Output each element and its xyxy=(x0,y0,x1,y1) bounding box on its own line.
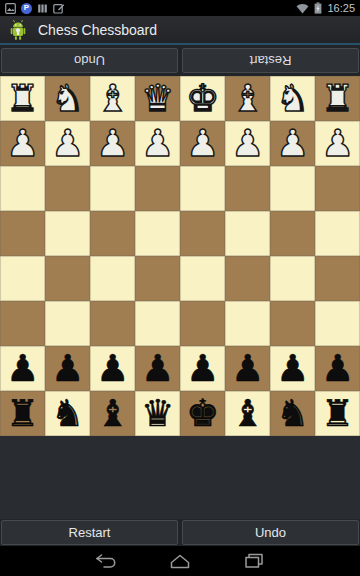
white-pawn: ♟ xyxy=(231,125,264,162)
board-square[interactable]: ♟ xyxy=(90,346,135,391)
board-square[interactable]: ♛ xyxy=(135,391,180,436)
board-square[interactable] xyxy=(135,301,180,346)
white-knight: ♞ xyxy=(51,80,84,117)
board-square[interactable] xyxy=(225,166,270,211)
black-pawn: ♟ xyxy=(96,350,129,387)
board-square[interactable]: ♝ xyxy=(225,76,270,121)
black-queen: ♛ xyxy=(141,395,174,432)
restart-button[interactable]: Restart xyxy=(1,520,178,545)
recents-icon[interactable] xyxy=(239,549,269,573)
white-bishop: ♝ xyxy=(96,80,129,117)
white-pawn: ♟ xyxy=(321,125,354,162)
board-square[interactable] xyxy=(45,211,90,256)
board-square[interactable] xyxy=(225,301,270,346)
board-square[interactable]: ♟ xyxy=(180,121,225,166)
board-square[interactable] xyxy=(45,256,90,301)
white-queen: ♛ xyxy=(141,80,174,117)
board-square[interactable]: ♞ xyxy=(270,76,315,121)
board-square[interactable]: ♟ xyxy=(270,346,315,391)
board-square[interactable] xyxy=(0,256,45,301)
board-square[interactable] xyxy=(270,256,315,301)
black-knight: ♞ xyxy=(51,395,84,432)
board-square[interactable] xyxy=(90,211,135,256)
white-pawn: ♟ xyxy=(6,125,39,162)
board-square[interactable]: ♟ xyxy=(135,346,180,391)
black-pawn: ♟ xyxy=(186,350,219,387)
board-square[interactable] xyxy=(135,166,180,211)
black-bishop: ♝ xyxy=(231,395,264,432)
system-nav-bar xyxy=(0,546,360,576)
android-robot-with-pawn-icon xyxy=(6,18,30,42)
board-square[interactable]: ♜ xyxy=(0,76,45,121)
black-pawn: ♟ xyxy=(51,350,84,387)
board-square[interactable] xyxy=(225,211,270,256)
board-square[interactable]: ♟ xyxy=(315,346,360,391)
top-controls: Undo Restart xyxy=(0,45,360,76)
board-square[interactable]: ♟ xyxy=(180,346,225,391)
board-square[interactable] xyxy=(0,166,45,211)
black-pawn: ♟ xyxy=(6,350,39,387)
white-bishop: ♝ xyxy=(231,80,264,117)
board-square[interactable]: ♞ xyxy=(270,391,315,436)
board-square[interactable] xyxy=(90,301,135,346)
board-square[interactable] xyxy=(315,166,360,211)
board-square[interactable]: ♟ xyxy=(270,121,315,166)
board-square[interactable]: ♞ xyxy=(45,76,90,121)
board-square[interactable] xyxy=(315,301,360,346)
image-notification-icon xyxy=(5,3,16,14)
board-square[interactable]: ♟ xyxy=(225,346,270,391)
black-knight: ♞ xyxy=(276,395,309,432)
board-square[interactable]: ♝ xyxy=(90,76,135,121)
board-square[interactable]: ♝ xyxy=(90,391,135,436)
action-bar: Chess Chessboard xyxy=(0,16,360,45)
bottom-controls: Restart Undo xyxy=(0,519,360,546)
parking-notification-icon: P xyxy=(21,3,32,14)
status-bar: P 16:25 xyxy=(0,0,360,16)
board-square[interactable]: ♞ xyxy=(45,391,90,436)
board-square[interactable]: ♟ xyxy=(45,121,90,166)
board-square[interactable]: ♛ xyxy=(135,76,180,121)
board-square[interactable]: ♟ xyxy=(225,121,270,166)
white-pawn: ♟ xyxy=(141,125,174,162)
black-king: ♚ xyxy=(186,395,219,432)
board-square[interactable] xyxy=(135,256,180,301)
board-square[interactable] xyxy=(180,166,225,211)
board-square[interactable] xyxy=(315,211,360,256)
restart-button-top[interactable]: Restart xyxy=(182,48,359,73)
white-pawn: ♟ xyxy=(51,125,84,162)
chess-board[interactable]: ♜♞♝♛♚♝♞♜♟♟♟♟♟♟♟♟♟♟♟♟♟♟♟♟♜♞♝♛♚♝♞♜ xyxy=(0,76,360,436)
black-pawn: ♟ xyxy=(231,350,264,387)
black-rook: ♜ xyxy=(6,395,39,432)
board-square[interactable]: ♟ xyxy=(90,121,135,166)
board-square[interactable]: ♟ xyxy=(0,121,45,166)
board-square[interactable] xyxy=(0,211,45,256)
back-icon[interactable] xyxy=(91,549,121,573)
undo-button-top[interactable]: Undo xyxy=(1,48,178,73)
board-square[interactable]: ♟ xyxy=(0,346,45,391)
board-square[interactable] xyxy=(135,211,180,256)
home-icon[interactable] xyxy=(165,549,195,573)
status-clock: 16:25 xyxy=(327,0,355,16)
white-knight: ♞ xyxy=(276,80,309,117)
board-square[interactable]: ♜ xyxy=(315,391,360,436)
board-square[interactable] xyxy=(180,256,225,301)
board-square[interactable] xyxy=(180,301,225,346)
board-square[interactable] xyxy=(270,166,315,211)
board-square[interactable] xyxy=(0,301,45,346)
board-square[interactable]: ♜ xyxy=(0,391,45,436)
board-square[interactable] xyxy=(45,166,90,211)
black-pawn: ♟ xyxy=(276,350,309,387)
black-pawn: ♟ xyxy=(141,350,174,387)
white-king: ♚ xyxy=(186,80,219,117)
board-square[interactable]: ♟ xyxy=(45,346,90,391)
black-pawn: ♟ xyxy=(321,350,354,387)
app-screen: P 16:25 xyxy=(0,0,360,576)
board-square[interactable]: ♚ xyxy=(180,76,225,121)
board-square[interactable] xyxy=(90,256,135,301)
board-square[interactable]: ♟ xyxy=(135,121,180,166)
board-square[interactable] xyxy=(270,211,315,256)
undo-button[interactable]: Undo xyxy=(182,520,359,545)
board-square[interactable] xyxy=(180,211,225,256)
white-rook: ♜ xyxy=(6,80,39,117)
board-square[interactable] xyxy=(315,256,360,301)
white-pawn: ♟ xyxy=(276,125,309,162)
bars-notification-icon xyxy=(37,3,48,14)
white-pawn: ♟ xyxy=(186,125,219,162)
board-square[interactable] xyxy=(225,256,270,301)
white-rook: ♜ xyxy=(321,80,354,117)
board-square[interactable] xyxy=(270,301,315,346)
board-square[interactable] xyxy=(90,166,135,211)
app-title: Chess Chessboard xyxy=(38,22,157,38)
board-square[interactable]: ♝ xyxy=(225,391,270,436)
board-square[interactable]: ♚ xyxy=(180,391,225,436)
board-square[interactable]: ♟ xyxy=(315,121,360,166)
board-square[interactable]: ♜ xyxy=(315,76,360,121)
clipboard-edit-notification-icon xyxy=(53,3,65,14)
white-pawn: ♟ xyxy=(96,125,129,162)
black-rook: ♜ xyxy=(321,395,354,432)
battery-charging-icon xyxy=(314,2,322,14)
board-square[interactable] xyxy=(45,301,90,346)
wifi-icon xyxy=(296,3,309,14)
lower-gap xyxy=(0,436,360,519)
black-bishop: ♝ xyxy=(96,395,129,432)
